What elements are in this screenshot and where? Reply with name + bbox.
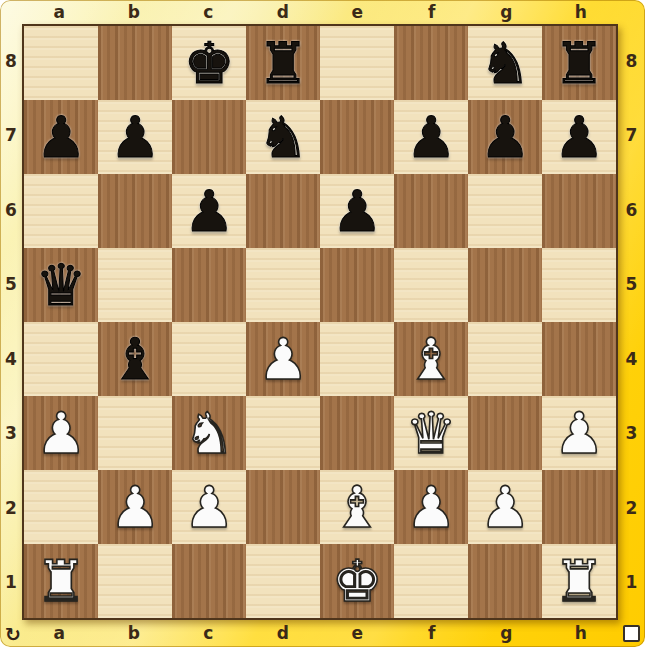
square-d3[interactable] [246, 396, 320, 470]
square-a6[interactable] [24, 174, 98, 248]
black-bishop[interactable]: ♝ [109, 331, 160, 388]
white-rook[interactable]: ♜ [35, 553, 86, 610]
square-b2[interactable]: ♟ [98, 470, 172, 544]
square-g3[interactable] [468, 396, 542, 470]
rank-labels-right: 87654321 [618, 24, 645, 620]
square-h5[interactable] [542, 248, 616, 322]
rank-label-5-right: 5 [618, 248, 645, 323]
rank-label-8-right: 8 [618, 24, 645, 99]
square-d4[interactable]: ♟ [246, 322, 320, 396]
square-f4[interactable]: ♝ [394, 322, 468, 396]
file-label-c-top: c [171, 0, 246, 24]
black-king[interactable]: ♚ [183, 35, 234, 92]
square-b7[interactable]: ♟ [98, 100, 172, 174]
file-label-h-top: h [544, 0, 619, 24]
rank-label-6-right: 6 [618, 173, 645, 248]
square-h7[interactable]: ♟ [542, 100, 616, 174]
white-pawn[interactable]: ♟ [405, 479, 456, 536]
black-knight[interactable]: ♞ [479, 35, 530, 92]
square-d1[interactable] [246, 544, 320, 618]
black-knight[interactable]: ♞ [257, 109, 308, 166]
square-e2[interactable]: ♝ [320, 470, 394, 544]
file-label-d-top: d [246, 0, 321, 24]
black-pawn[interactable]: ♟ [183, 183, 234, 240]
square-h8[interactable]: ♜ [542, 26, 616, 100]
rank-label-1-right: 1 [618, 546, 645, 621]
square-a4[interactable] [24, 322, 98, 396]
square-e6[interactable]: ♟ [320, 174, 394, 248]
square-h6[interactable] [542, 174, 616, 248]
rank-label-7-right: 7 [618, 99, 645, 174]
square-f5[interactable] [394, 248, 468, 322]
square-e4[interactable] [320, 322, 394, 396]
square-c6[interactable]: ♟ [172, 174, 246, 248]
white-knight[interactable]: ♞ [183, 405, 234, 462]
white-rook[interactable]: ♜ [553, 553, 604, 610]
white-pawn[interactable]: ♟ [35, 405, 86, 462]
square-f7[interactable]: ♟ [394, 100, 468, 174]
square-h2[interactable] [542, 470, 616, 544]
black-pawn[interactable]: ♟ [331, 183, 382, 240]
black-pawn[interactable]: ♟ [553, 109, 604, 166]
square-a2[interactable] [24, 470, 98, 544]
white-pawn[interactable]: ♟ [553, 405, 604, 462]
white-pawn[interactable]: ♟ [109, 479, 160, 536]
square-c4[interactable] [172, 322, 246, 396]
square-c2[interactable]: ♟ [172, 470, 246, 544]
chess-board: ♚♜♞♜♟♟♞♟♟♟♟♟♛♝♟♝♟♞♛♟♟♟♝♟♟♜♚♜ [22, 24, 618, 620]
square-c1[interactable] [172, 544, 246, 618]
rank-label-2-left: 2 [0, 471, 22, 546]
square-e3[interactable] [320, 396, 394, 470]
square-d7[interactable]: ♞ [246, 100, 320, 174]
rank-label-1-left: 1 [0, 546, 22, 621]
rank-label-2-right: 2 [618, 471, 645, 546]
square-a1[interactable]: ♜ [24, 544, 98, 618]
square-e5[interactable] [320, 248, 394, 322]
square-a8[interactable] [24, 26, 98, 100]
file-label-g-bottom: g [469, 620, 544, 647]
rank-label-4-right: 4 [618, 322, 645, 397]
square-c5[interactable] [172, 248, 246, 322]
square-g7[interactable]: ♟ [468, 100, 542, 174]
square-f3[interactable]: ♛ [394, 396, 468, 470]
black-pawn[interactable]: ♟ [479, 109, 530, 166]
square-g6[interactable] [468, 174, 542, 248]
flip-board-icon[interactable]: ↻ [3, 623, 23, 645]
file-label-e-bottom: e [320, 620, 395, 647]
square-b8[interactable] [98, 26, 172, 100]
square-d2[interactable] [246, 470, 320, 544]
square-f8[interactable] [394, 26, 468, 100]
rank-label-6-left: 6 [0, 173, 22, 248]
rank-label-5-left: 5 [0, 248, 22, 323]
square-g1[interactable] [468, 544, 542, 618]
file-label-e-top: e [320, 0, 395, 24]
square-h1[interactable]: ♜ [542, 544, 616, 618]
square-b1[interactable] [98, 544, 172, 618]
white-pawn[interactable]: ♟ [183, 479, 234, 536]
black-pawn[interactable]: ♟ [109, 109, 160, 166]
square-d8[interactable]: ♜ [246, 26, 320, 100]
rank-label-3-left: 3 [0, 397, 22, 472]
square-a5[interactable]: ♛ [24, 248, 98, 322]
file-label-b-bottom: b [97, 620, 172, 647]
white-queen[interactable]: ♛ [405, 405, 456, 462]
square-e8[interactable] [320, 26, 394, 100]
square-e1[interactable]: ♚ [320, 544, 394, 618]
square-c8[interactable]: ♚ [172, 26, 246, 100]
square-f6[interactable] [394, 174, 468, 248]
square-h4[interactable] [542, 322, 616, 396]
square-g2[interactable]: ♟ [468, 470, 542, 544]
file-label-f-bottom: f [395, 620, 470, 647]
file-labels-bottom: abcdefgh [22, 620, 618, 647]
rank-label-3-right: 3 [618, 397, 645, 472]
file-label-a-bottom: a [22, 620, 97, 647]
square-c3[interactable]: ♞ [172, 396, 246, 470]
file-labels-top: abcdefgh [22, 0, 618, 24]
rank-labels-left: 87654321 [0, 24, 22, 620]
black-rook[interactable]: ♜ [553, 35, 604, 92]
square-a3[interactable]: ♟ [24, 396, 98, 470]
black-pawn[interactable]: ♟ [405, 109, 456, 166]
white-bishop[interactable]: ♝ [405, 331, 456, 388]
rank-label-8-left: 8 [0, 24, 22, 99]
square-d5[interactable] [246, 248, 320, 322]
file-label-f-top: f [395, 0, 470, 24]
file-label-c-bottom: c [171, 620, 246, 647]
square-c7[interactable] [172, 100, 246, 174]
corner-square-icon[interactable] [623, 625, 640, 642]
black-rook[interactable]: ♜ [257, 35, 308, 92]
rank-label-4-left: 4 [0, 322, 22, 397]
square-b3[interactable] [98, 396, 172, 470]
white-pawn[interactable]: ♟ [479, 479, 530, 536]
square-e7[interactable] [320, 100, 394, 174]
file-label-h-bottom: h [544, 620, 619, 647]
square-f1[interactable] [394, 544, 468, 618]
square-a7[interactable]: ♟ [24, 100, 98, 174]
square-b6[interactable] [98, 174, 172, 248]
white-king[interactable]: ♚ [331, 553, 382, 610]
square-g5[interactable] [468, 248, 542, 322]
square-h3[interactable]: ♟ [542, 396, 616, 470]
square-b4[interactable]: ♝ [98, 322, 172, 396]
file-label-a-top: a [22, 0, 97, 24]
square-d6[interactable] [246, 174, 320, 248]
square-g4[interactable] [468, 322, 542, 396]
rank-label-7-left: 7 [0, 99, 22, 174]
black-pawn[interactable]: ♟ [35, 109, 86, 166]
square-g8[interactable]: ♞ [468, 26, 542, 100]
chess-board-frame: abcdefgh 87654321 87654321 abcdefgh ♚♜♞♜… [0, 0, 645, 647]
file-label-d-bottom: d [246, 620, 321, 647]
file-label-g-top: g [469, 0, 544, 24]
white-bishop[interactable]: ♝ [331, 479, 382, 536]
white-pawn[interactable]: ♟ [257, 331, 308, 388]
black-queen[interactable]: ♛ [35, 257, 86, 314]
file-label-b-top: b [97, 0, 172, 24]
square-f2[interactable]: ♟ [394, 470, 468, 544]
square-b5[interactable] [98, 248, 172, 322]
